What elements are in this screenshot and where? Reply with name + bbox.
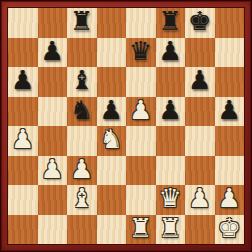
square-a7[interactable] [8, 38, 38, 68]
square-c8[interactable]: ♜ [67, 8, 97, 38]
square-g1[interactable] [185, 215, 215, 245]
square-e1[interactable]: ♜ [126, 215, 156, 245]
square-c7[interactable] [67, 38, 97, 68]
square-f7[interactable]: ♟ [156, 38, 186, 68]
square-g4[interactable] [185, 126, 215, 156]
square-h8[interactable] [215, 8, 245, 38]
square-f8[interactable]: ♜ [156, 8, 186, 38]
square-c3[interactable]: ♟ [67, 156, 97, 186]
white-king-h1[interactable]: ♚ [218, 215, 241, 244]
white-knight-d4[interactable]: ♞ [100, 126, 123, 155]
square-d8[interactable] [97, 8, 127, 38]
square-a6[interactable]: ♟ [8, 67, 38, 97]
square-e2[interactable] [126, 185, 156, 215]
square-g8[interactable]: ♚ [185, 8, 215, 38]
black-pawn-d5[interactable]: ♟ [100, 97, 123, 126]
black-king-g8[interactable]: ♚ [188, 8, 211, 37]
square-c5[interactable]: ♞ [67, 97, 97, 127]
white-pawn-g2[interactable]: ♟ [188, 185, 211, 214]
square-e6[interactable] [126, 67, 156, 97]
white-pawn-a4[interactable]: ♟ [11, 126, 34, 155]
white-pawn-b3[interactable]: ♟ [41, 156, 64, 185]
black-pawn-f5[interactable]: ♟ [159, 97, 182, 126]
black-knight-c5[interactable]: ♞ [70, 97, 93, 126]
white-rook-e1[interactable]: ♜ [129, 215, 152, 244]
white-pawn-e5[interactable]: ♟ [129, 97, 152, 126]
square-e4[interactable] [126, 126, 156, 156]
square-f4[interactable] [156, 126, 186, 156]
square-b1[interactable] [38, 215, 68, 245]
square-g6[interactable]: ♟ [185, 67, 215, 97]
black-pawn-g6[interactable]: ♟ [188, 67, 211, 96]
white-queen-f2[interactable]: ♛ [159, 185, 182, 214]
white-pawn-h2[interactable]: ♟ [218, 185, 241, 214]
square-f1[interactable]: ♜ [156, 215, 186, 245]
square-g7[interactable] [185, 38, 215, 68]
square-a8[interactable] [8, 8, 38, 38]
black-pawn-a6[interactable]: ♟ [11, 67, 34, 96]
square-b4[interactable] [38, 126, 68, 156]
square-b3[interactable]: ♟ [38, 156, 68, 186]
square-d6[interactable] [97, 67, 127, 97]
white-rook-f1[interactable]: ♜ [159, 215, 182, 244]
square-g5[interactable] [185, 97, 215, 127]
black-bishop-c6[interactable]: ♝ [70, 67, 93, 96]
square-c2[interactable]: ♝ [67, 185, 97, 215]
square-e7[interactable]: ♛ [126, 38, 156, 68]
square-f3[interactable] [156, 156, 186, 186]
square-a2[interactable] [8, 185, 38, 215]
black-rook-c8[interactable]: ♜ [70, 8, 93, 37]
square-h4[interactable] [215, 126, 245, 156]
square-a5[interactable] [8, 97, 38, 127]
square-a3[interactable] [8, 156, 38, 186]
square-h1[interactable]: ♚ [215, 215, 245, 245]
white-pawn-c3[interactable]: ♟ [70, 156, 93, 185]
square-b2[interactable] [38, 185, 68, 215]
board-frame: ♜♜♚♟♛♟♟♝♟♞♟♟♟♟♟♞♟♟♝♛♟♟♜♜♚ [0, 0, 252, 252]
square-d4[interactable]: ♞ [97, 126, 127, 156]
chess-board: ♜♜♚♟♛♟♟♝♟♞♟♟♟♟♟♞♟♟♝♛♟♟♜♜♚ [8, 8, 244, 244]
square-d1[interactable] [97, 215, 127, 245]
square-h2[interactable]: ♟ [215, 185, 245, 215]
square-f2[interactable]: ♛ [156, 185, 186, 215]
square-b7[interactable]: ♟ [38, 38, 68, 68]
square-g3[interactable] [185, 156, 215, 186]
square-f6[interactable] [156, 67, 186, 97]
square-d3[interactable] [97, 156, 127, 186]
square-a1[interactable] [8, 215, 38, 245]
square-e5[interactable]: ♟ [126, 97, 156, 127]
square-d7[interactable] [97, 38, 127, 68]
square-c1[interactable] [67, 215, 97, 245]
square-h7[interactable] [215, 38, 245, 68]
square-b8[interactable] [38, 8, 68, 38]
black-queen-e7[interactable]: ♛ [129, 38, 152, 67]
square-e8[interactable] [126, 8, 156, 38]
square-b6[interactable] [38, 67, 68, 97]
square-h6[interactable] [215, 67, 245, 97]
black-pawn-f7[interactable]: ♟ [159, 38, 182, 67]
square-d5[interactable]: ♟ [97, 97, 127, 127]
black-pawn-b7[interactable]: ♟ [41, 38, 64, 67]
white-bishop-c2[interactable]: ♝ [70, 185, 93, 214]
square-h3[interactable] [215, 156, 245, 186]
black-rook-f8[interactable]: ♜ [159, 8, 182, 37]
square-d2[interactable] [97, 185, 127, 215]
square-a4[interactable]: ♟ [8, 126, 38, 156]
black-pawn-h5[interactable]: ♟ [218, 97, 241, 126]
square-g2[interactable]: ♟ [185, 185, 215, 215]
square-c6[interactable]: ♝ [67, 67, 97, 97]
square-f5[interactable]: ♟ [156, 97, 186, 127]
square-e3[interactable] [126, 156, 156, 186]
square-h5[interactable]: ♟ [215, 97, 245, 127]
square-b5[interactable] [38, 97, 68, 127]
square-c4[interactable] [67, 126, 97, 156]
